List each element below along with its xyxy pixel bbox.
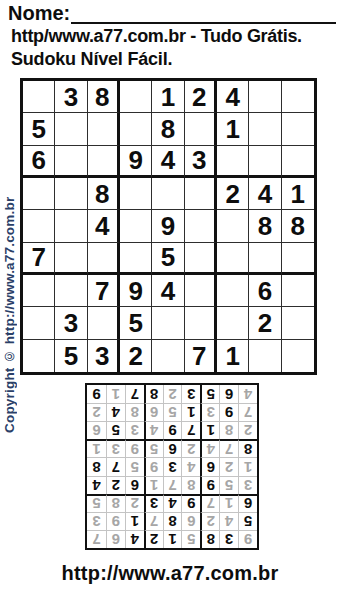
- solution-cell-r5c7-solved: 5: [125, 457, 144, 475]
- main-cell-r7c6[interactable]: [185, 275, 217, 307]
- main-cell-r3c4[interactable]: 9: [120, 146, 152, 178]
- solution-cell-r9c2-given: 6: [219, 385, 238, 403]
- solution-cell-r6c3-solved: 4: [200, 439, 219, 457]
- main-cell-r4c7[interactable]: 2: [217, 178, 249, 210]
- main-cell-r1c8[interactable]: [249, 81, 281, 113]
- solution-cell-r2c4-solved: 6: [181, 512, 200, 530]
- main-cell-r3c8[interactable]: [249, 146, 281, 178]
- solution-cell-r9c3-given: 5: [200, 385, 219, 403]
- solution-cell-r7c8-given: 5: [106, 421, 125, 439]
- main-cell-r7c1[interactable]: [23, 275, 55, 307]
- solution-cell-r1c4-solved: 5: [181, 530, 200, 548]
- main-cell-r9c3[interactable]: 3: [88, 340, 120, 372]
- main-cell-r6c1[interactable]: 7: [23, 243, 55, 275]
- main-cell-r5c8[interactable]: 8: [249, 210, 281, 242]
- solution-cell-r7c2-solved: 8: [219, 421, 238, 439]
- solution-cell-r6c2-solved: 7: [219, 439, 238, 457]
- solution-cell-r5c8-given: 7: [106, 457, 125, 475]
- main-cell-r4c2[interactable]: [55, 178, 87, 210]
- main-cell-r4c8[interactable]: 4: [249, 178, 281, 210]
- main-cell-r9c5[interactable]: [152, 340, 184, 372]
- solution-cell-r1c9-solved: 7: [87, 530, 106, 548]
- solution-cell-r2c6-solved: 7: [144, 512, 163, 530]
- main-cell-r2c6[interactable]: [185, 113, 217, 145]
- solution-cell-r6c7-solved: 9: [125, 439, 144, 457]
- main-cell-r2c8[interactable]: [249, 113, 281, 145]
- solution-cell-r9c7-given: 7: [125, 385, 144, 403]
- solution-cell-r5c2-solved: 2: [219, 457, 238, 475]
- solution-cell-r3c1-given: 6: [238, 494, 257, 512]
- solution-cell-r2c1-given: 5: [238, 512, 257, 530]
- solution-cell-r9c6-given: 8: [144, 385, 163, 403]
- solution-cell-r6c6-solved: 5: [144, 439, 163, 457]
- solution-cell-r5c6-solved: 9: [144, 457, 163, 475]
- main-cell-r3c6[interactable]: 3: [185, 146, 217, 178]
- main-cell-r5c1[interactable]: [23, 210, 55, 242]
- solution-cell-r9c9-given: 9: [87, 385, 106, 403]
- main-cell-r4c4[interactable]: [120, 178, 152, 210]
- name-label: Nome:: [8, 2, 70, 25]
- main-cell-r2c1[interactable]: 5: [23, 113, 55, 145]
- main-cell-r6c5[interactable]: 5: [152, 243, 184, 275]
- main-cell-r2c5[interactable]: 8: [152, 113, 184, 145]
- solution-cell-r7c6-solved: 4: [144, 421, 163, 439]
- main-cell-r3c7[interactable]: [217, 146, 249, 178]
- solution-cell-r4c5-solved: 7: [163, 476, 182, 494]
- solution-cell-r3c4-given: 9: [181, 494, 200, 512]
- solution-cell-r1c1-solved: 9: [238, 530, 257, 548]
- solution-cell-r8c1-solved: 7: [238, 403, 257, 421]
- solution-cell-r3c7-solved: 2: [125, 494, 144, 512]
- main-cell-r8c3[interactable]: [88, 307, 120, 339]
- solution-cell-r5c1-solved: 1: [238, 457, 257, 475]
- main-cell-r3c9[interactable]: [282, 146, 314, 178]
- main-cell-r8c9[interactable]: [282, 307, 314, 339]
- solution-cell-r1c2-given: 3: [219, 530, 238, 548]
- solution-cell-r4c4-solved: 8: [181, 476, 200, 494]
- solution-cell-r8c9-solved: 2: [87, 403, 106, 421]
- main-cell-r5c4[interactable]: [120, 210, 152, 242]
- main-cell-r5c5[interactable]: 9: [152, 210, 184, 242]
- main-cell-r9c6[interactable]: 7: [185, 340, 217, 372]
- main-cell-r1c6[interactable]: 2: [185, 81, 217, 113]
- solution-cell-r7c4-given: 7: [181, 421, 200, 439]
- main-cell-r9c1[interactable]: [23, 340, 55, 372]
- solution-cell-r1c7-given: 4: [125, 530, 144, 548]
- solution-cell-r2c7-given: 1: [125, 512, 144, 530]
- main-cell-r5c3[interactable]: 4: [88, 210, 120, 242]
- solution-cell-r3c3-solved: 7: [200, 494, 219, 512]
- footer-url: http://www.a77.com.br: [0, 562, 340, 585]
- main-cell-r6c2[interactable]: [55, 243, 87, 275]
- solution-cell-r7c7-solved: 3: [125, 421, 144, 439]
- solution-cell-r9c4-given: 3: [181, 385, 200, 403]
- solution-cell-r5c4-solved: 4: [181, 457, 200, 475]
- solution-cell-r8c2-given: 9: [219, 403, 238, 421]
- main-cell-r5c6[interactable]: [185, 210, 217, 242]
- main-cell-r6c4[interactable]: [120, 243, 152, 275]
- solution-cell-r7c3-given: 1: [200, 421, 219, 439]
- main-cell-r7c9[interactable]: [282, 275, 314, 307]
- main-cell-r3c1[interactable]: 6: [23, 146, 55, 178]
- solution-cell-r7c5-given: 9: [163, 421, 182, 439]
- solution-cell-r7c1-solved: 2: [238, 421, 257, 439]
- solution-cell-r1c3-given: 8: [200, 530, 219, 548]
- solution-cell-r6c5-given: 6: [163, 439, 182, 457]
- solution-cell-r8c6-solved: 6: [144, 403, 163, 421]
- solution-cell-r2c8-solved: 9: [106, 512, 125, 530]
- solution-cell-r1c8-solved: 6: [106, 530, 125, 548]
- main-cell-r6c8[interactable]: [249, 243, 281, 275]
- solution-cell-r2c2-solved: 4: [219, 512, 238, 530]
- main-cell-r3c5[interactable]: 4: [152, 146, 184, 178]
- main-cell-r7c8[interactable]: 6: [249, 275, 281, 307]
- solution-cell-r6c8-solved: 3: [106, 439, 125, 457]
- solution-cell-r8c8-given: 4: [106, 403, 125, 421]
- main-cell-r7c7[interactable]: [217, 275, 249, 307]
- main-cell-r7c4[interactable]: 9: [120, 275, 152, 307]
- solution-cell-r2c3-solved: 2: [200, 512, 219, 530]
- main-cell-r2c3[interactable]: [88, 113, 120, 145]
- solution-cell-r4c1-solved: 3: [238, 476, 257, 494]
- solution-cell-r4c3-given: 9: [200, 476, 219, 494]
- main-cell-r8c2[interactable]: 3: [55, 307, 87, 339]
- main-cell-r8c7[interactable]: [217, 307, 249, 339]
- sudoku-board[interactable]: 3812458169438241498875794635253271: [20, 78, 317, 375]
- solution-cell-r3c6-given: 3: [144, 494, 163, 512]
- solution-cell-r9c1-solved: 4: [238, 385, 257, 403]
- solution-cell-r4c8-given: 2: [106, 476, 125, 494]
- solution-cell-r2c5-given: 8: [163, 512, 182, 530]
- main-cell-r1c4[interactable]: [120, 81, 152, 113]
- main-cell-r5c2[interactable]: [55, 210, 87, 242]
- main-cell-r6c3[interactable]: [88, 243, 120, 275]
- main-cell-r1c2[interactable]: 3: [55, 81, 87, 113]
- sudoku-worksheet-page: Nome: http/www.a77.com.br - Tudo Grátis.…: [0, 0, 340, 596]
- solution-cell-r6c9-solved: 1: [87, 439, 106, 457]
- solution-cell-r4c6-solved: 1: [144, 476, 163, 494]
- main-cell-r1c3[interactable]: 8: [88, 81, 120, 113]
- solution-board-rotated: 9385124675426871936179432853598716241264…: [85, 383, 259, 550]
- main-cell-r4c3[interactable]: 8: [88, 178, 120, 210]
- main-cell-r4c5[interactable]: [152, 178, 184, 210]
- main-cell-r3c2[interactable]: [55, 146, 87, 178]
- solution-cell-r4c2-solved: 5: [219, 476, 238, 494]
- solution-cell-r8c3-solved: 3: [200, 403, 219, 421]
- main-cell-r8c4[interactable]: 5: [120, 307, 152, 339]
- solution-cell-r9c8-solved: 1: [106, 385, 125, 403]
- main-cell-r8c8[interactable]: 2: [249, 307, 281, 339]
- solution-cell-r5c3-given: 6: [200, 457, 219, 475]
- main-cell-r1c1[interactable]: [23, 81, 55, 113]
- main-cell-r1c5[interactable]: 1: [152, 81, 184, 113]
- main-cell-r8c1[interactable]: [23, 307, 55, 339]
- main-cell-r4c1[interactable]: [23, 178, 55, 210]
- solution-cell-r8c7-solved: 8: [125, 403, 144, 421]
- copyright-vertical-text: Copyright © http://www.a77.com.br: [2, 155, 17, 433]
- solution-cell-r3c5-given: 4: [163, 494, 182, 512]
- solution-cell-r9c5-solved: 2: [163, 385, 182, 403]
- main-cell-r6c7[interactable]: [217, 243, 249, 275]
- site-header-text: http/www.a77.com.br - Tudo Grátis.: [11, 26, 302, 47]
- solution-cell-r5c5-given: 3: [163, 457, 182, 475]
- solution-cell-r3c2-solved: 1: [219, 494, 238, 512]
- solution-cell-r8c4-given: 1: [181, 403, 200, 421]
- main-cell-r5c7[interactable]: [217, 210, 249, 242]
- main-cell-r2c4[interactable]: [120, 113, 152, 145]
- main-cell-r4c9[interactable]: 1: [282, 178, 314, 210]
- solution-cell-r3c8-solved: 8: [106, 494, 125, 512]
- main-cell-r9c2[interactable]: 5: [55, 340, 87, 372]
- name-fill-line: [71, 2, 336, 24]
- solution-cell-r8c5-solved: 5: [163, 403, 182, 421]
- solution-cell-r6c1-given: 8: [238, 439, 257, 457]
- main-cell-r5c9[interactable]: 8: [282, 210, 314, 242]
- solution-cell-r5c9-given: 8: [87, 457, 106, 475]
- main-cell-r2c7[interactable]: 1: [217, 113, 249, 145]
- solution-cell-r4c9-given: 4: [87, 476, 106, 494]
- main-cell-r4c6[interactable]: [185, 178, 217, 210]
- main-cell-r1c9[interactable]: [282, 81, 314, 113]
- main-cell-r6c9[interactable]: [282, 243, 314, 275]
- main-cell-r7c3[interactable]: 7: [88, 275, 120, 307]
- main-cell-r6c6[interactable]: [185, 243, 217, 275]
- main-cell-r9c8[interactable]: [249, 340, 281, 372]
- solution-cell-r4c7-given: 6: [125, 476, 144, 494]
- main-cell-r3c3[interactable]: [88, 146, 120, 178]
- solution-cell-r1c6-given: 2: [144, 530, 163, 548]
- main-cell-r1c7[interactable]: 4: [217, 81, 249, 113]
- main-cell-r2c9[interactable]: [282, 113, 314, 145]
- main-cell-r2c2[interactable]: [55, 113, 87, 145]
- solution-cell-r7c9-solved: 6: [87, 421, 106, 439]
- solution-cell-r2c9-solved: 3: [87, 512, 106, 530]
- main-cell-r9c4[interactable]: 2: [120, 340, 152, 372]
- solution-cell-r6c4-solved: 2: [181, 439, 200, 457]
- main-cell-r9c7[interactable]: 1: [217, 340, 249, 372]
- solution-cell-r3c9-solved: 5: [87, 494, 106, 512]
- main-cell-r7c5[interactable]: 4: [152, 275, 184, 307]
- main-cell-r8c5[interactable]: [152, 307, 184, 339]
- puzzle-title: Sudoku Nível Fácil.: [11, 49, 172, 70]
- main-cell-r7c2[interactable]: [55, 275, 87, 307]
- solution-cell-r1c5-given: 1: [163, 530, 182, 548]
- main-cell-r8c6[interactable]: [185, 307, 217, 339]
- main-cell-r9c9[interactable]: [282, 340, 314, 372]
